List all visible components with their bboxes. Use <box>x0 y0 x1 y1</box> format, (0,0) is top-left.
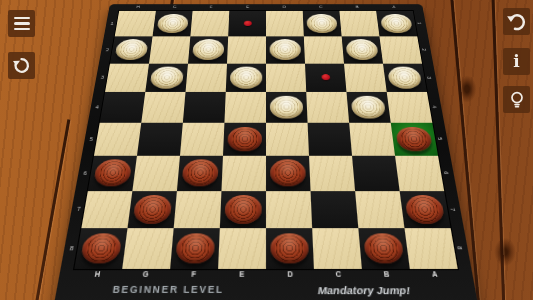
square-B8[interactable] <box>358 228 409 269</box>
white-piece-A3[interactable] <box>387 67 422 89</box>
red-piece-B8[interactable] <box>363 233 404 264</box>
white-piece-G1[interactable] <box>157 14 189 33</box>
square-G8[interactable] <box>122 228 173 269</box>
file-labels-bottom: HGFEDCBA <box>73 270 460 278</box>
hamburger-icon <box>14 17 30 31</box>
red-piece-D8[interactable] <box>271 233 309 264</box>
white-piece-C1[interactable] <box>307 14 338 33</box>
app-screen: HGFEDCBA 12345678 12345678 HGFEDCBA BEGI… <box>0 0 533 300</box>
square-E3[interactable] <box>226 63 266 92</box>
white-piece-B4[interactable] <box>351 96 386 119</box>
red-piece-E5[interactable] <box>227 127 261 152</box>
square-G5[interactable] <box>137 123 183 156</box>
red-piece-H6[interactable] <box>93 160 132 187</box>
square-C4[interactable] <box>306 92 349 123</box>
red-piece-F8[interactable] <box>175 233 215 264</box>
square-H2[interactable] <box>110 36 153 63</box>
square-F2[interactable] <box>188 36 228 63</box>
square-C1[interactable] <box>303 11 342 36</box>
square-C2[interactable] <box>304 36 344 63</box>
square-B6[interactable] <box>352 156 400 191</box>
square-C6[interactable] <box>309 156 355 191</box>
square-D1[interactable] <box>266 11 304 36</box>
jump-target-dot-C3 <box>321 74 330 80</box>
red-piece-A5[interactable] <box>395 127 433 152</box>
square-A1[interactable] <box>376 11 417 36</box>
red-piece-D6[interactable] <box>270 160 306 187</box>
white-piece-G3[interactable] <box>150 67 184 89</box>
coordinate-label: H <box>120 5 157 9</box>
square-B1[interactable] <box>339 11 379 36</box>
square-D5[interactable] <box>266 123 309 156</box>
info-icon: i <box>513 53 519 70</box>
coordinate-label: G <box>121 270 170 278</box>
square-H7[interactable] <box>81 191 132 229</box>
square-H8[interactable] <box>74 228 127 269</box>
coordinate-label: A <box>410 270 459 278</box>
square-A6[interactable] <box>395 156 444 191</box>
white-piece-D4[interactable] <box>270 96 303 119</box>
square-F4[interactable] <box>183 92 226 123</box>
square-H6[interactable] <box>88 156 137 191</box>
red-piece-A7[interactable] <box>405 195 446 224</box>
board-frame: HGFEDCBA 12345678 12345678 HGFEDCBA BEGI… <box>53 4 478 300</box>
hint-button[interactable] <box>503 86 530 113</box>
square-G3[interactable] <box>145 63 188 92</box>
board-grid <box>74 11 458 269</box>
wood-seam <box>491 0 506 300</box>
square-A3[interactable] <box>383 63 427 92</box>
square-C5[interactable] <box>308 123 352 156</box>
white-piece-F2[interactable] <box>192 39 224 60</box>
square-B4[interactable] <box>346 92 390 123</box>
square-E5[interactable] <box>223 123 266 156</box>
square-G1[interactable] <box>153 11 193 36</box>
square-F1[interactable] <box>190 11 229 36</box>
square-D4[interactable] <box>266 92 308 123</box>
jump-target-dot-E1 <box>243 21 251 26</box>
square-F6[interactable] <box>177 156 223 191</box>
square-F3[interactable] <box>186 63 227 92</box>
square-A7[interactable] <box>400 191 451 229</box>
coordinate-label: B <box>362 270 411 278</box>
white-piece-H2[interactable] <box>115 39 149 60</box>
square-E7[interactable] <box>220 191 266 229</box>
square-F7[interactable] <box>174 191 222 229</box>
coordinate-label: B <box>339 5 376 9</box>
coordinate-label: E <box>218 270 266 278</box>
square-E1[interactable] <box>228 11 266 36</box>
square-B3[interactable] <box>344 63 387 92</box>
square-F8[interactable] <box>170 228 220 269</box>
square-B5[interactable] <box>349 123 395 156</box>
red-piece-G7[interactable] <box>133 195 172 224</box>
square-A5[interactable] <box>391 123 438 156</box>
square-G4[interactable] <box>141 92 185 123</box>
white-piece-A1[interactable] <box>380 14 413 33</box>
square-G7[interactable] <box>127 191 176 229</box>
square-B2[interactable] <box>342 36 383 63</box>
info-button[interactable]: i <box>503 48 530 75</box>
restart-button[interactable] <box>8 52 35 79</box>
square-C3[interactable] <box>305 63 346 92</box>
square-H1[interactable] <box>115 11 156 36</box>
status-bar: BEGINNER LEVEL Mandatory Jump! <box>69 284 462 297</box>
undo-button[interactable] <box>503 8 530 35</box>
board-scene: HGFEDCBA 12345678 12345678 HGFEDCBA BEGI… <box>86 0 446 300</box>
square-G6[interactable] <box>132 156 180 191</box>
coordinate-label: G <box>156 5 193 9</box>
coordinate-label: F <box>169 270 218 278</box>
red-piece-H8[interactable] <box>80 233 122 264</box>
square-D7[interactable] <box>266 191 312 229</box>
coordinate-label: F <box>193 5 230 9</box>
square-E2[interactable] <box>227 36 266 63</box>
square-H5[interactable] <box>94 123 141 156</box>
coordinate-label: H <box>73 270 122 278</box>
square-A4[interactable] <box>387 92 433 123</box>
square-E4[interactable] <box>224 92 266 123</box>
square-F5[interactable] <box>180 123 224 156</box>
file-labels-top: HGFEDCBA <box>120 5 413 9</box>
white-piece-B2[interactable] <box>346 39 379 60</box>
square-D3[interactable] <box>266 63 306 92</box>
square-A2[interactable] <box>379 36 422 63</box>
lightbulb-icon <box>507 90 527 110</box>
square-D6[interactable] <box>266 156 311 191</box>
square-H4[interactable] <box>100 92 146 123</box>
white-piece-D2[interactable] <box>270 39 301 60</box>
square-H3[interactable] <box>105 63 149 92</box>
square-A8[interactable] <box>405 228 458 269</box>
square-E6[interactable] <box>221 156 266 191</box>
mandatory-jump-message: Mandatory Jump! <box>266 284 463 297</box>
undo-arrow-icon <box>506 11 527 32</box>
coordinate-label: C <box>302 5 339 9</box>
coordinate-label: C <box>314 270 363 278</box>
square-C7[interactable] <box>311 191 359 229</box>
level-label: BEGINNER LEVEL <box>69 284 266 297</box>
coordinate-label: D <box>266 270 314 278</box>
red-piece-F6[interactable] <box>182 160 219 187</box>
square-D2[interactable] <box>266 36 305 63</box>
red-piece-E7[interactable] <box>225 195 262 224</box>
white-piece-E3[interactable] <box>230 67 262 89</box>
menu-button[interactable] <box>8 10 35 37</box>
square-B7[interactable] <box>355 191 404 229</box>
coordinate-label: A <box>375 5 412 9</box>
square-C8[interactable] <box>312 228 362 269</box>
coordinate-label: D <box>266 5 303 9</box>
square-G2[interactable] <box>149 36 190 63</box>
coordinate-label: E <box>229 5 266 9</box>
square-E8[interactable] <box>218 228 266 269</box>
square-D8[interactable] <box>266 228 314 269</box>
restart-circular-arrow-icon <box>12 56 31 75</box>
